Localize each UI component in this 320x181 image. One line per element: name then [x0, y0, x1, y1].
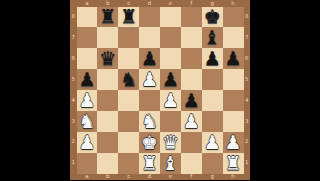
piece-white-king[interactable]: ♚ — [139, 132, 160, 153]
square-c3[interactable] — [118, 111, 139, 132]
square-d1[interactable]: ♜ — [139, 153, 160, 174]
file-label-d: d — [139, 174, 160, 181]
square-b2[interactable] — [97, 132, 118, 153]
rank-label-3: 3 — [244, 111, 251, 132]
square-g8[interactable]: ♚ — [202, 7, 223, 28]
video-frame: abcdefgh abcdefgh 87654321 87654321 ♜♜♚♝… — [0, 0, 320, 180]
rank-labels-right: 87654321 — [244, 7, 251, 174]
square-h4[interactable] — [223, 90, 244, 111]
piece-black-king[interactable]: ♚ — [202, 7, 223, 28]
piece-white-queen[interactable]: ♛ — [160, 132, 181, 153]
square-f2[interactable] — [181, 132, 202, 153]
piece-black-queen[interactable]: ♛ — [97, 48, 118, 69]
piece-white-knight[interactable]: ♞ — [139, 111, 160, 132]
square-e2[interactable]: ♛ — [160, 132, 181, 153]
square-g3[interactable] — [202, 111, 223, 132]
square-c6[interactable] — [118, 48, 139, 69]
square-g5[interactable] — [202, 69, 223, 90]
square-b4[interactable] — [97, 90, 118, 111]
piece-black-pawn[interactable]: ♟ — [160, 69, 181, 90]
square-f5[interactable] — [181, 69, 202, 90]
rank-label-1: 1 — [244, 153, 251, 174]
square-c4[interactable] — [118, 90, 139, 111]
rank-label-6: 6 — [244, 48, 251, 69]
piece-black-rook[interactable]: ♜ — [118, 7, 139, 28]
square-g1[interactable] — [202, 153, 223, 174]
file-labels-bottom: abcdefgh — [77, 174, 244, 181]
square-d8[interactable] — [139, 7, 160, 28]
square-e8[interactable] — [160, 7, 181, 28]
square-h6[interactable]: ♟ — [223, 48, 244, 69]
square-e1[interactable]: ♝ — [160, 153, 181, 174]
square-d5[interactable]: ♟ — [139, 69, 160, 90]
piece-white-rook[interactable]: ♜ — [223, 153, 244, 174]
square-h1[interactable]: ♜ — [223, 153, 244, 174]
square-f7[interactable] — [181, 27, 202, 48]
square-b5[interactable] — [97, 69, 118, 90]
square-f1[interactable] — [181, 153, 202, 174]
square-g6[interactable]: ♟ — [202, 48, 223, 69]
square-a7[interactable] — [77, 27, 98, 48]
letterbox-left — [0, 0, 70, 180]
piece-white-pawn[interactable]: ♟ — [77, 90, 98, 111]
file-label-h: h — [223, 174, 244, 181]
square-b3[interactable] — [97, 111, 118, 132]
piece-black-bishop[interactable]: ♝ — [202, 27, 223, 48]
square-a6[interactable] — [77, 48, 98, 69]
square-c1[interactable] — [118, 153, 139, 174]
square-d6[interactable]: ♟ — [139, 48, 160, 69]
square-b1[interactable] — [97, 153, 118, 174]
square-h3[interactable] — [223, 111, 244, 132]
piece-white-pawn[interactable]: ♟ — [77, 132, 98, 153]
square-d4[interactable] — [139, 90, 160, 111]
square-a3[interactable]: ♞ — [77, 111, 98, 132]
piece-white-pawn[interactable]: ♟ — [160, 90, 181, 111]
square-h2[interactable]: ♟ — [223, 132, 244, 153]
file-label-g: g — [202, 174, 223, 181]
square-a5[interactable]: ♟ — [77, 69, 98, 90]
rank-label-7: 7 — [244, 27, 251, 48]
file-label-a: a — [77, 174, 98, 181]
square-h5[interactable] — [223, 69, 244, 90]
square-g4[interactable] — [202, 90, 223, 111]
square-e7[interactable] — [160, 27, 181, 48]
square-f3[interactable]: ♟ — [181, 111, 202, 132]
square-b7[interactable] — [97, 27, 118, 48]
piece-black-pawn[interactable]: ♟ — [181, 90, 202, 111]
letterbox-right — [250, 0, 320, 180]
piece-white-pawn[interactable]: ♟ — [139, 69, 160, 90]
square-g2[interactable]: ♟ — [202, 132, 223, 153]
square-h8[interactable] — [223, 7, 244, 28]
file-label-b: b — [97, 174, 118, 181]
square-b6[interactable]: ♛ — [97, 48, 118, 69]
piece-white-rook[interactable]: ♜ — [139, 153, 160, 174]
square-e4[interactable]: ♟ — [160, 90, 181, 111]
piece-white-knight[interactable]: ♞ — [77, 111, 98, 132]
square-e6[interactable] — [160, 48, 181, 69]
file-label-e: e — [160, 174, 181, 181]
file-label-f: f — [181, 174, 202, 181]
piece-black-rook[interactable]: ♜ — [97, 7, 118, 28]
square-d2[interactable]: ♚ — [139, 132, 160, 153]
square-d3[interactable]: ♞ — [139, 111, 160, 132]
piece-black-pawn[interactable]: ♟ — [202, 48, 223, 69]
square-g7[interactable]: ♝ — [202, 27, 223, 48]
square-a8[interactable] — [77, 7, 98, 28]
square-h7[interactable] — [223, 27, 244, 48]
square-f6[interactable] — [181, 48, 202, 69]
square-c2[interactable] — [118, 132, 139, 153]
square-e3[interactable] — [160, 111, 181, 132]
piece-white-pawn[interactable]: ♟ — [202, 132, 223, 153]
square-c8[interactable]: ♜ — [118, 7, 139, 28]
square-a1[interactable] — [77, 153, 98, 174]
file-label-c: c — [118, 174, 139, 181]
square-a4[interactable]: ♟ — [77, 90, 98, 111]
square-c7[interactable] — [118, 27, 139, 48]
rank-label-8: 8 — [244, 7, 251, 28]
rank-label-4: 4 — [244, 90, 251, 111]
piece-white-bishop[interactable]: ♝ — [160, 153, 181, 174]
square-c5[interactable]: ♞ — [118, 69, 139, 90]
piece-white-pawn[interactable]: ♟ — [223, 132, 244, 153]
piece-black-pawn[interactable]: ♟ — [223, 48, 244, 69]
piece-black-pawn[interactable]: ♟ — [77, 69, 98, 90]
square-b8[interactable]: ♜ — [97, 7, 118, 28]
piece-white-pawn[interactable]: ♟ — [181, 111, 202, 132]
square-e5[interactable]: ♟ — [160, 69, 181, 90]
square-f8[interactable] — [181, 7, 202, 28]
square-f4[interactable]: ♟ — [181, 90, 202, 111]
square-a2[interactable]: ♟ — [77, 132, 98, 153]
square-d7[interactable] — [139, 27, 160, 48]
piece-black-knight[interactable]: ♞ — [118, 69, 139, 90]
piece-black-pawn[interactable]: ♟ — [139, 48, 160, 69]
rank-label-5: 5 — [244, 69, 251, 90]
chess-board: abcdefgh abcdefgh 87654321 87654321 ♜♜♚♝… — [70, 0, 250, 180]
board-grid: ♜♜♚♝♛♟♟♟♟♞♟♟♟♟♟♞♞♟♟♚♛♟♟♜♝♜ — [77, 7, 244, 174]
rank-label-2: 2 — [244, 132, 251, 153]
